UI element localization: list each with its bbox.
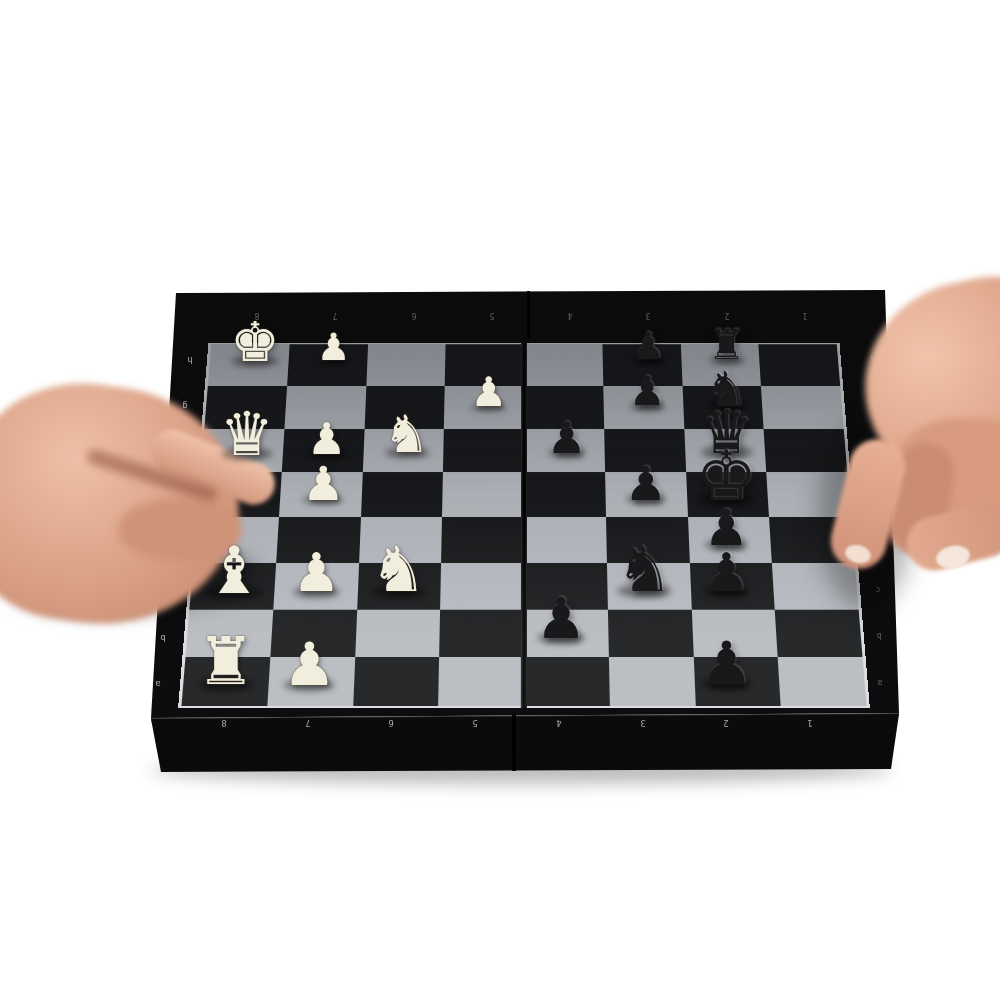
rank-label-near-8: 8 <box>221 718 226 727</box>
piece-shadow <box>630 402 665 411</box>
square-h6 <box>602 344 682 386</box>
square-a8 <box>778 657 867 706</box>
square-b6 <box>608 609 694 657</box>
rank-label-far-5: 5 <box>489 311 494 320</box>
rank-label-far-3: 3 <box>646 311 651 320</box>
piece-shadow <box>308 448 345 458</box>
square-d5 <box>524 517 607 563</box>
square-b8 <box>775 609 863 657</box>
square-f6 <box>604 429 686 473</box>
square-h7 <box>680 344 761 386</box>
square-g3 <box>364 386 445 429</box>
square-d4 <box>441 517 524 563</box>
square-g8 <box>761 386 844 429</box>
square-h3 <box>366 344 446 386</box>
piece-shadow <box>704 585 749 597</box>
file-label-left-b: b <box>160 632 165 641</box>
rank-label-near-5: 5 <box>472 718 477 727</box>
piece-shadow <box>548 448 585 458</box>
rank-label-far-7: 7 <box>333 311 338 320</box>
rank-label-near-4: 4 <box>556 718 561 727</box>
square-f4 <box>443 429 524 473</box>
square-a3 <box>353 657 440 706</box>
file-label-right-b: b <box>876 631 881 640</box>
square-b7 <box>691 609 778 657</box>
square-h4 <box>445 344 524 386</box>
piece-shadow <box>198 678 254 693</box>
rank-label-near-7: 7 <box>305 718 310 727</box>
piece-shadow <box>372 585 425 599</box>
fold-seam-near <box>512 713 516 771</box>
piece-shadow <box>701 677 752 690</box>
piece-shadow <box>471 402 506 411</box>
chess-board <box>178 343 870 708</box>
fold-seam-far <box>527 291 530 338</box>
rank-label-far-2: 2 <box>724 311 729 320</box>
left-hand-curled-fingers <box>118 498 242 562</box>
square-a5 <box>524 657 610 706</box>
square-h5 <box>524 344 603 386</box>
square-a6 <box>609 657 696 706</box>
rank-label-far-8: 8 <box>255 311 260 320</box>
piece-shadow <box>232 355 279 367</box>
file-label-left-h: h <box>187 355 192 364</box>
piece-shadow <box>284 678 335 691</box>
piece-shadow <box>618 585 671 599</box>
square-b1 <box>185 609 273 657</box>
piece-shadow <box>706 401 747 412</box>
file-label-left-a: a <box>156 678 161 687</box>
square-g1 <box>204 386 287 429</box>
rank-label-far-6: 6 <box>411 311 416 320</box>
square-d2 <box>276 517 361 563</box>
square-a4 <box>438 657 524 706</box>
rank-label-near-2: 2 <box>724 718 729 727</box>
square-h8 <box>759 344 841 386</box>
square-g2 <box>284 386 366 429</box>
rank-label-near-1: 1 <box>807 718 812 727</box>
square-c5 <box>524 563 608 610</box>
file-label-right-a: a <box>877 677 882 686</box>
scene: 8877665544332211aabbccddeeffgghh ♚♟♜♟♟♞♟… <box>0 0 1000 1000</box>
piece-shadow <box>697 491 756 506</box>
rank-label-far-1: 1 <box>802 311 807 320</box>
rank-label-near-3: 3 <box>640 718 645 727</box>
square-d3 <box>359 517 443 563</box>
piece-shadow <box>294 586 339 598</box>
square-e3 <box>361 472 444 517</box>
rank-label-far-4: 4 <box>568 311 573 320</box>
square-b2 <box>270 609 357 657</box>
rank-label-near-6: 6 <box>389 718 394 727</box>
square-b4 <box>439 609 524 657</box>
square-b3 <box>355 609 441 657</box>
piece-shadow <box>705 539 748 550</box>
square-g5 <box>524 386 604 429</box>
square-d6 <box>606 517 690 563</box>
square-e4 <box>442 472 524 517</box>
square-h2 <box>287 344 368 386</box>
square-c4 <box>440 563 524 610</box>
square-e5 <box>524 472 606 517</box>
